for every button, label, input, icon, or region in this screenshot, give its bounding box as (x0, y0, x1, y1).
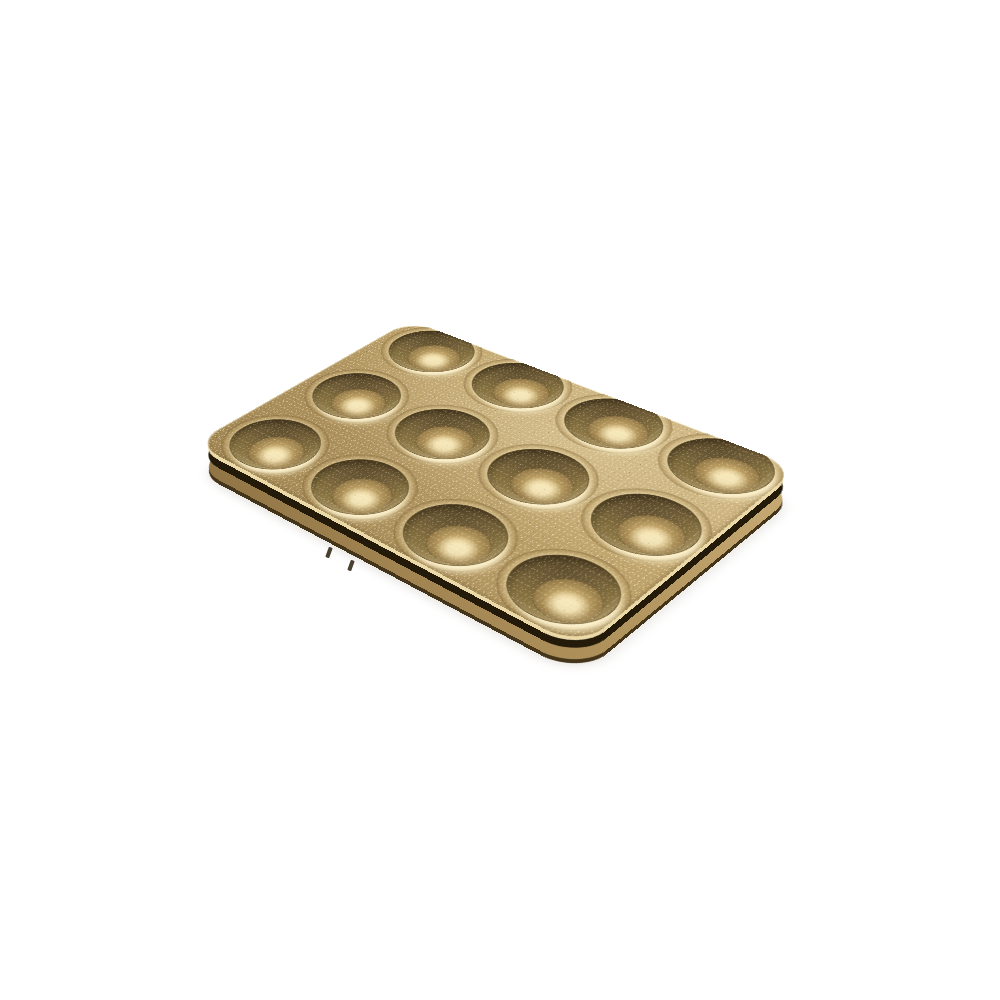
pan-top-surface (194, 320, 798, 648)
edge-notch (347, 560, 355, 572)
edge-notch (325, 547, 333, 559)
muffin-pan (0, 0, 1000, 1000)
cup-grid (194, 320, 798, 648)
product-photo-scene (0, 0, 1000, 1000)
